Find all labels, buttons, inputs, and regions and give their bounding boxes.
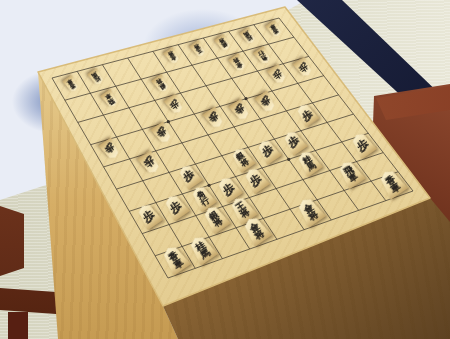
piece-face: 歩	[294, 101, 320, 128]
piece-kanji: 銀 将	[155, 77, 166, 90]
piece-kanji: 角 行	[257, 49, 268, 62]
piece-face: 金 将	[227, 52, 247, 73]
piece-face: 歩	[292, 56, 314, 79]
piece-kanji: 飛 車	[104, 92, 115, 105]
piece-face: 金 将	[163, 47, 182, 66]
piece-kanji: 歩	[103, 142, 116, 155]
piece-face: 歩	[136, 150, 162, 177]
piece-face: 桂 馬	[239, 26, 258, 45]
piece-face: 香 車	[62, 74, 81, 93]
piece-kanji: 歩	[182, 169, 197, 184]
piece-kanji: 歩	[168, 99, 180, 111]
piece-face: 金 将	[294, 194, 327, 228]
piece-face: 歩	[266, 64, 288, 87]
piece-face: 飛 車	[335, 157, 366, 189]
piece-8e-gote-pawn[interactable]: 歩	[136, 150, 162, 177]
piece-kanji: 銀 将	[218, 37, 228, 49]
pieces-layer: 香 車桂 馬銀 将玉 将角 行金 将金 将歩歩桂 馬香 車銀 将飛 車歩歩歩歩歩…	[0, 0, 450, 339]
piece-face: 香 車	[375, 166, 408, 200]
piece-kanji: 金 将	[167, 50, 177, 62]
piece-face: 歩	[202, 106, 226, 131]
piece-kanji: 歩	[355, 137, 371, 153]
piece-1i-sente-lance[interactable]: 香 車	[375, 166, 408, 200]
piece-kanji: 桂 馬	[243, 30, 253, 42]
piece-4f-sente-pawn[interactable]: 歩	[254, 137, 282, 166]
piece-face: 銀 将	[214, 33, 233, 52]
piece-face: 歩	[161, 191, 191, 221]
piece-face: 歩	[348, 129, 378, 159]
piece-5a-gote-gold[interactable]: 金 将	[163, 47, 182, 66]
piece-kanji: 香 車	[167, 249, 185, 270]
piece-4a-gote-king[interactable]: 玉 将	[188, 40, 207, 59]
piece-kanji: 歩	[141, 208, 157, 224]
piece-face: 飛 車	[99, 88, 119, 109]
piece-kanji: 歩	[221, 181, 237, 197]
piece-kanji: 歩	[259, 95, 272, 108]
piece-kanji: 金 将	[232, 56, 243, 69]
piece-face: 歩	[163, 94, 185, 117]
piece-face: 歩	[98, 137, 122, 162]
piece-kanji: 銀 将	[208, 210, 225, 229]
piece-face: 歩	[254, 90, 278, 115]
piece-kanji: 桂 馬	[301, 154, 317, 172]
piece-4d-gote-pawn[interactable]: 歩	[228, 98, 252, 123]
piece-face: 歩	[150, 121, 174, 146]
piece-kanji: 歩	[168, 199, 184, 215]
piece-kanji: 歩	[233, 103, 246, 116]
piece-8g-sente-pawn[interactable]: 歩	[161, 191, 191, 221]
piece-face: 角 行	[253, 45, 273, 66]
piece-kanji: 歩	[155, 127, 168, 140]
piece-5d-gote-pawn[interactable]: 歩	[202, 106, 226, 131]
piece-9a-gote-lance[interactable]: 香 車	[62, 74, 81, 93]
piece-2a-gote-knight[interactable]: 桂 馬	[239, 26, 258, 45]
piece-7d-gote-pawn[interactable]: 歩	[150, 121, 174, 146]
piece-6b-gote-silver[interactable]: 銀 将	[151, 74, 171, 95]
piece-2b-gote-bishop[interactable]: 角 行	[253, 45, 273, 66]
piece-9g-sente-pawn[interactable]: 歩	[134, 200, 164, 230]
piece-kanji: 桂 馬	[91, 71, 101, 83]
piece-kanji: 桂 馬	[194, 240, 212, 261]
piece-kanji: 歩	[271, 69, 283, 81]
piece-kanji: 歩	[142, 156, 156, 170]
piece-3a-gote-silver[interactable]: 銀 将	[214, 33, 233, 52]
shogi-game-photo: 香 車桂 馬銀 将玉 将角 行金 将金 将歩歩桂 馬香 車銀 将飛 車歩歩歩歩歩…	[0, 0, 450, 339]
piece-kanji: 香 車	[66, 78, 76, 90]
piece-2c-gote-pawn[interactable]: 歩	[266, 64, 288, 87]
piece-kanji: 玉 将	[192, 44, 202, 56]
piece-face: 歩	[134, 200, 164, 230]
piece-face: 香 車	[264, 20, 283, 39]
piece-1g-sente-pawn[interactable]: 歩	[348, 129, 378, 159]
piece-kanji: 歩	[288, 135, 303, 150]
piece-3b-gote-gold[interactable]: 金 将	[227, 52, 247, 73]
piece-kanji: 王 将	[235, 201, 252, 220]
piece-face: 歩	[228, 98, 252, 123]
piece-kanji: 歩	[261, 144, 276, 159]
piece-kanji: 角 行	[195, 189, 211, 207]
piece-face: 玉 将	[188, 40, 207, 59]
piece-8b-gote-rook[interactable]: 飛 車	[99, 88, 119, 109]
piece-1a-gote-lance[interactable]: 香 車	[264, 20, 283, 39]
piece-kanji: 金 将	[302, 202, 320, 223]
piece-1c-gote-pawn[interactable]: 歩	[292, 56, 314, 79]
piece-face: 歩	[254, 137, 282, 166]
piece-4i-sente-gold[interactable]: 金 将	[294, 194, 327, 228]
piece-kanji: 歩	[207, 111, 220, 124]
piece-kanji: 歩	[248, 173, 264, 189]
piece-kanji: 歩	[300, 108, 314, 122]
piece-kanji: 飛 車	[342, 164, 359, 183]
piece-9d-gote-pawn[interactable]: 歩	[98, 137, 122, 162]
piece-face: 桂 馬	[87, 67, 106, 86]
piece-kanji: 香 車	[383, 173, 401, 194]
piece-kanji: 歩	[297, 61, 309, 73]
piece-kanji: 銀 将	[235, 151, 250, 168]
piece-face: 銀 将	[151, 74, 171, 95]
piece-kanji: 金 将	[248, 221, 266, 242]
piece-6c-gote-pawn[interactable]: 歩	[163, 94, 185, 117]
piece-8a-gote-knight[interactable]: 桂 馬	[87, 67, 106, 86]
piece-2e-sente-pawn[interactable]: 歩	[294, 101, 320, 128]
piece-2h-sente-rook[interactable]: 飛 車	[335, 157, 366, 189]
piece-3d-gote-pawn[interactable]: 歩	[254, 90, 278, 115]
piece-kanji: 香 車	[268, 23, 278, 35]
